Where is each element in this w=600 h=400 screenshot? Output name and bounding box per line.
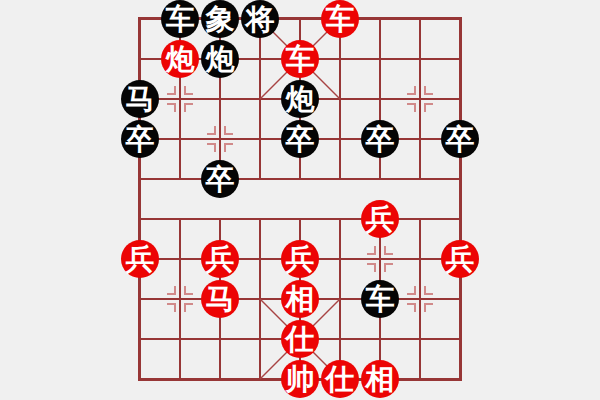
piece-black-horse[interactable]: 马 bbox=[121, 80, 159, 118]
piece-black-soldier-a[interactable]: 卒 bbox=[121, 120, 159, 158]
piece-red-chariot-b[interactable]: 车 bbox=[281, 40, 319, 78]
piece-red-advisor-a[interactable]: 仕 bbox=[281, 320, 319, 358]
piece-black-general[interactable]: 将 bbox=[241, 0, 279, 38]
piece-black-cannon-a[interactable]: 炮 bbox=[201, 40, 239, 78]
piece-black-chariot-a[interactable]: 车 bbox=[161, 0, 199, 38]
piece-black-soldier-d[interactable]: 卒 bbox=[441, 120, 479, 158]
piece-black-soldier-c[interactable]: 卒 bbox=[361, 120, 399, 158]
piece-black-cannon-b[interactable]: 炮 bbox=[281, 80, 319, 118]
piece-black-soldier-e[interactable]: 卒 bbox=[201, 160, 239, 198]
piece-red-soldier-c[interactable]: 兵 bbox=[201, 240, 239, 278]
piece-red-soldier-b[interactable]: 兵 bbox=[121, 240, 159, 278]
piece-red-elephant-b[interactable]: 相 bbox=[361, 360, 399, 398]
piece-black-soldier-b[interactable]: 卒 bbox=[281, 120, 319, 158]
pieces-layer: 车象将车炮炮车马炮卒卒卒卒卒兵兵兵兵兵马相车仕帅仕相 bbox=[0, 0, 600, 400]
piece-red-soldier-d[interactable]: 兵 bbox=[281, 240, 319, 278]
piece-red-soldier-a[interactable]: 兵 bbox=[361, 200, 399, 238]
xiangqi-app-screen: 车象将车炮炮车马炮卒卒卒卒卒兵兵兵兵兵马相车仕帅仕相 bbox=[0, 0, 600, 400]
piece-red-soldier-e[interactable]: 兵 bbox=[441, 240, 479, 278]
piece-red-advisor-b[interactable]: 仕 bbox=[321, 360, 359, 398]
piece-black-elephant[interactable]: 象 bbox=[201, 0, 239, 38]
piece-red-elephant-a[interactable]: 相 bbox=[281, 280, 319, 318]
xiangqi-board[interactable]: 车象将车炮炮车马炮卒卒卒卒卒兵兵兵兵兵马相车仕帅仕相 bbox=[0, 0, 600, 400]
piece-red-chariot-a[interactable]: 车 bbox=[321, 0, 359, 38]
piece-red-cannon[interactable]: 炮 bbox=[161, 40, 199, 78]
piece-red-general[interactable]: 帅 bbox=[281, 360, 319, 398]
piece-black-chariot-b[interactable]: 车 bbox=[361, 280, 399, 318]
piece-red-horse[interactable]: 马 bbox=[201, 280, 239, 318]
